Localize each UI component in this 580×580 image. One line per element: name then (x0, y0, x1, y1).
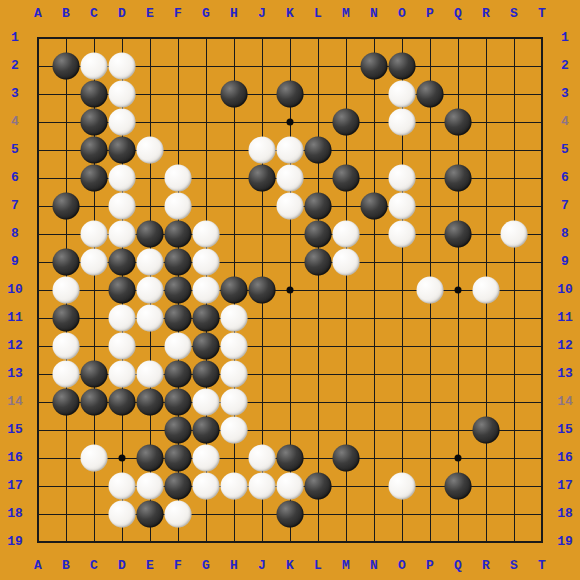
white-stone-H11 (221, 305, 248, 332)
white-stone-E11 (137, 305, 164, 332)
col-label-bottom-Q: Q (446, 558, 470, 574)
col-label-top-N: N (362, 6, 386, 22)
white-stone-E17 (137, 473, 164, 500)
white-stone-M8 (333, 221, 360, 248)
col-label-top-P: P (418, 6, 442, 22)
white-stone-B10 (53, 277, 80, 304)
grid-line-vertical-N (374, 38, 375, 543)
go-board-screenshot: AABBCCDDEEFFGGHHJJKKLLMMNNOOPPQQRRSSTT11… (0, 0, 580, 580)
black-stone-O2 (389, 53, 416, 80)
row-label-right-15: 15 (553, 422, 577, 438)
white-stone-K5 (277, 137, 304, 164)
white-stone-K6 (277, 165, 304, 192)
row-label-right-2: 2 (553, 58, 577, 74)
row-label-right-17: 17 (553, 478, 577, 494)
white-stone-G10 (193, 277, 220, 304)
black-stone-F16 (165, 445, 192, 472)
white-stone-D18 (109, 501, 136, 528)
black-stone-E8 (137, 221, 164, 248)
row-label-right-11: 11 (553, 310, 577, 326)
black-stone-B14 (53, 389, 80, 416)
white-stone-D4 (109, 109, 136, 136)
white-stone-D6 (109, 165, 136, 192)
col-label-top-O: O (390, 6, 414, 22)
col-label-bottom-B: B (54, 558, 78, 574)
col-label-bottom-A: A (26, 558, 50, 574)
row-label-left-2: 2 (3, 58, 27, 74)
black-stone-F17 (165, 473, 192, 500)
white-stone-J5 (249, 137, 276, 164)
col-label-top-F: F (166, 6, 190, 22)
black-stone-H10 (221, 277, 248, 304)
black-stone-F11 (165, 305, 192, 332)
row-label-right-8: 8 (553, 226, 577, 242)
black-stone-F15 (165, 417, 192, 444)
black-stone-B9 (53, 249, 80, 276)
row-label-left-6: 6 (3, 170, 27, 186)
white-stone-E9 (137, 249, 164, 276)
grid-line-vertical-L (318, 38, 319, 543)
black-stone-D5 (109, 137, 136, 164)
black-stone-K3 (277, 81, 304, 108)
col-label-top-D: D (110, 6, 134, 22)
white-stone-H14 (221, 389, 248, 416)
white-stone-O6 (389, 165, 416, 192)
row-label-left-3: 3 (3, 86, 27, 102)
col-label-bottom-F: F (166, 558, 190, 574)
row-label-right-14: 14 (553, 394, 577, 410)
row-label-left-17: 17 (3, 478, 27, 494)
col-label-bottom-O: O (390, 558, 414, 574)
black-stone-R15 (473, 417, 500, 444)
white-stone-H17 (221, 473, 248, 500)
white-stone-C9 (81, 249, 108, 276)
row-label-right-13: 13 (553, 366, 577, 382)
row-label-left-15: 15 (3, 422, 27, 438)
white-stone-S8 (501, 221, 528, 248)
grid-line-vertical-S (514, 38, 515, 543)
white-stone-O4 (389, 109, 416, 136)
row-label-right-4: 4 (553, 114, 577, 130)
white-stone-O8 (389, 221, 416, 248)
white-stone-H15 (221, 417, 248, 444)
col-label-top-A: A (26, 6, 50, 22)
col-label-top-L: L (306, 6, 330, 22)
row-label-right-1: 1 (553, 30, 577, 46)
black-stone-M4 (333, 109, 360, 136)
col-label-bottom-S: S (502, 558, 526, 574)
white-stone-F6 (165, 165, 192, 192)
white-stone-D8 (109, 221, 136, 248)
black-stone-C6 (81, 165, 108, 192)
white-stone-H13 (221, 361, 248, 388)
black-stone-L17 (305, 473, 332, 500)
col-label-bottom-D: D (110, 558, 134, 574)
white-stone-F12 (165, 333, 192, 360)
black-stone-P3 (417, 81, 444, 108)
black-stone-F13 (165, 361, 192, 388)
white-stone-E13 (137, 361, 164, 388)
black-stone-E14 (137, 389, 164, 416)
black-stone-G11 (193, 305, 220, 332)
white-stone-G9 (193, 249, 220, 276)
black-stone-N2 (361, 53, 388, 80)
col-label-bottom-L: L (306, 558, 330, 574)
black-stone-G15 (193, 417, 220, 444)
star-point-K10 (287, 287, 294, 294)
row-label-left-1: 1 (3, 30, 27, 46)
white-stone-F7 (165, 193, 192, 220)
black-stone-N7 (361, 193, 388, 220)
row-label-left-18: 18 (3, 506, 27, 522)
white-stone-B13 (53, 361, 80, 388)
black-stone-L5 (305, 137, 332, 164)
col-label-top-M: M (334, 6, 358, 22)
white-stone-K7 (277, 193, 304, 220)
white-stone-J16 (249, 445, 276, 472)
row-label-right-6: 6 (553, 170, 577, 186)
black-stone-M6 (333, 165, 360, 192)
black-stone-E16 (137, 445, 164, 472)
col-label-bottom-R: R (474, 558, 498, 574)
star-point-D16 (119, 455, 126, 462)
black-stone-Q8 (445, 221, 472, 248)
black-stone-B11 (53, 305, 80, 332)
black-stone-K16 (277, 445, 304, 472)
row-label-right-19: 19 (553, 534, 577, 550)
black-stone-C4 (81, 109, 108, 136)
white-stone-O7 (389, 193, 416, 220)
white-stone-P10 (417, 277, 444, 304)
white-stone-R10 (473, 277, 500, 304)
col-label-bottom-T: T (530, 558, 554, 574)
row-label-left-13: 13 (3, 366, 27, 382)
white-stone-O17 (389, 473, 416, 500)
col-label-top-E: E (138, 6, 162, 22)
row-label-right-12: 12 (553, 338, 577, 354)
white-stone-D12 (109, 333, 136, 360)
col-label-top-K: K (278, 6, 302, 22)
grid-line-horizontal-15 (38, 430, 543, 431)
col-label-top-T: T (530, 6, 554, 22)
white-stone-C16 (81, 445, 108, 472)
col-label-bottom-P: P (418, 558, 442, 574)
black-stone-C13 (81, 361, 108, 388)
black-stone-J6 (249, 165, 276, 192)
row-label-left-5: 5 (3, 142, 27, 158)
row-label-left-4: 4 (3, 114, 27, 130)
white-stone-J17 (249, 473, 276, 500)
white-stone-M9 (333, 249, 360, 276)
white-stone-D3 (109, 81, 136, 108)
white-stone-G8 (193, 221, 220, 248)
row-label-right-10: 10 (553, 282, 577, 298)
black-stone-G13 (193, 361, 220, 388)
col-label-bottom-J: J (250, 558, 274, 574)
col-label-top-G: G (194, 6, 218, 22)
row-label-left-10: 10 (3, 282, 27, 298)
row-label-left-19: 19 (3, 534, 27, 550)
white-stone-D17 (109, 473, 136, 500)
col-label-bottom-G: G (194, 558, 218, 574)
white-stone-C8 (81, 221, 108, 248)
white-stone-G17 (193, 473, 220, 500)
star-point-K4 (287, 119, 294, 126)
col-label-top-Q: Q (446, 6, 470, 22)
white-stone-F18 (165, 501, 192, 528)
white-stone-G16 (193, 445, 220, 472)
black-stone-F8 (165, 221, 192, 248)
col-label-bottom-K: K (278, 558, 302, 574)
black-stone-F9 (165, 249, 192, 276)
black-stone-D14 (109, 389, 136, 416)
col-label-top-B: B (54, 6, 78, 22)
row-label-left-11: 11 (3, 310, 27, 326)
row-label-left-14: 14 (3, 394, 27, 410)
white-stone-O3 (389, 81, 416, 108)
white-stone-E5 (137, 137, 164, 164)
black-stone-B7 (53, 193, 80, 220)
black-stone-C14 (81, 389, 108, 416)
black-stone-D9 (109, 249, 136, 276)
white-stone-D7 (109, 193, 136, 220)
black-stone-L7 (305, 193, 332, 220)
black-stone-D10 (109, 277, 136, 304)
col-label-bottom-N: N (362, 558, 386, 574)
row-label-right-5: 5 (553, 142, 577, 158)
black-stone-F10 (165, 277, 192, 304)
black-stone-B2 (53, 53, 80, 80)
black-stone-E18 (137, 501, 164, 528)
black-stone-F14 (165, 389, 192, 416)
star-point-Q16 (455, 455, 462, 462)
col-label-bottom-E: E (138, 558, 162, 574)
row-label-left-7: 7 (3, 198, 27, 214)
black-stone-K18 (277, 501, 304, 528)
white-stone-D2 (109, 53, 136, 80)
white-stone-E10 (137, 277, 164, 304)
black-stone-L8 (305, 221, 332, 248)
col-label-bottom-M: M (334, 558, 358, 574)
col-label-top-S: S (502, 6, 526, 22)
white-stone-B12 (53, 333, 80, 360)
row-label-right-18: 18 (553, 506, 577, 522)
black-stone-J10 (249, 277, 276, 304)
black-stone-G12 (193, 333, 220, 360)
black-stone-M16 (333, 445, 360, 472)
white-stone-K17 (277, 473, 304, 500)
black-stone-Q17 (445, 473, 472, 500)
star-point-Q10 (455, 287, 462, 294)
row-label-right-9: 9 (553, 254, 577, 270)
black-stone-L9 (305, 249, 332, 276)
row-label-left-9: 9 (3, 254, 27, 270)
black-stone-Q4 (445, 109, 472, 136)
row-label-right-3: 3 (553, 86, 577, 102)
col-label-top-J: J (250, 6, 274, 22)
black-stone-C5 (81, 137, 108, 164)
white-stone-G14 (193, 389, 220, 416)
row-label-right-16: 16 (553, 450, 577, 466)
col-label-bottom-C: C (82, 558, 106, 574)
col-label-top-C: C (82, 6, 106, 22)
row-label-right-7: 7 (553, 198, 577, 214)
col-label-bottom-H: H (222, 558, 246, 574)
black-stone-H3 (221, 81, 248, 108)
col-label-top-R: R (474, 6, 498, 22)
black-stone-C3 (81, 81, 108, 108)
row-label-left-8: 8 (3, 226, 27, 242)
row-label-left-12: 12 (3, 338, 27, 354)
col-label-top-H: H (222, 6, 246, 22)
row-label-left-16: 16 (3, 450, 27, 466)
white-stone-H12 (221, 333, 248, 360)
white-stone-D13 (109, 361, 136, 388)
white-stone-C2 (81, 53, 108, 80)
white-stone-D11 (109, 305, 136, 332)
black-stone-Q6 (445, 165, 472, 192)
